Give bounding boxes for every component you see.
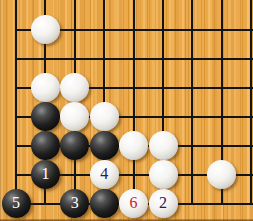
move-number-label: 2 [159, 195, 167, 211]
stone-black-move-5[interactable]: 5 [2, 189, 31, 218]
stone-black[interactable] [90, 131, 119, 160]
grid-line-horizontal [15, 58, 253, 60]
move-number-label: 3 [71, 195, 79, 211]
stone-white-move-6[interactable]: 6 [119, 189, 148, 218]
move-number-label: 1 [41, 166, 49, 182]
stone-black[interactable] [31, 131, 60, 160]
stone-black[interactable] [31, 102, 60, 131]
stone-white[interactable] [149, 131, 178, 160]
stone-white-move-2[interactable]: 2 [149, 189, 178, 218]
move-number-label: 4 [100, 166, 108, 182]
stone-black-move-1[interactable]: 1 [31, 160, 60, 189]
stone-white-move-4[interactable]: 4 [90, 160, 119, 189]
board-bottom-edge-shade [0, 219, 253, 221]
move-number-label: 5 [12, 195, 20, 211]
go-board-screenshot: 145362 [0, 0, 253, 221]
stone-white[interactable] [31, 15, 60, 44]
stone-white[interactable] [119, 131, 148, 160]
move-number-label: 6 [130, 195, 138, 211]
stone-white[interactable] [31, 73, 60, 102]
stone-white[interactable] [90, 102, 119, 131]
board-left-edge-shade [0, 0, 2, 221]
stone-black[interactable] [90, 189, 119, 218]
stone-white[interactable] [149, 160, 178, 189]
